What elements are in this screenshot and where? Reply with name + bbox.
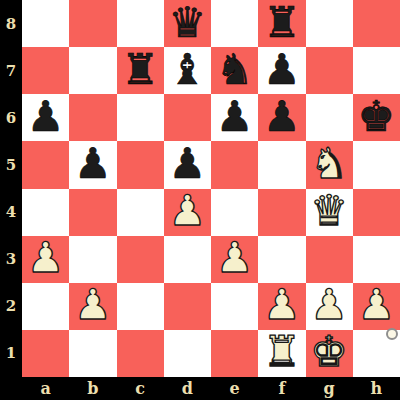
square-g1[interactable]: ♚ bbox=[306, 330, 353, 377]
black-bishop-icon[interactable]: ♝ bbox=[169, 49, 207, 91]
white-knight-icon[interactable]: ♞ bbox=[310, 143, 348, 185]
square-h8[interactable] bbox=[353, 0, 400, 47]
square-b8[interactable] bbox=[69, 0, 116, 47]
square-f8[interactable]: ♜ bbox=[258, 0, 305, 47]
square-c4[interactable] bbox=[117, 189, 164, 236]
square-d2[interactable] bbox=[164, 283, 211, 330]
black-pawn-icon[interactable]: ♟ bbox=[74, 143, 112, 185]
square-f5[interactable] bbox=[258, 141, 305, 188]
square-d1[interactable] bbox=[164, 330, 211, 377]
rank-label-7: 7 bbox=[0, 47, 22, 94]
square-a5[interactable] bbox=[22, 141, 69, 188]
black-pawn-icon[interactable]: ♟ bbox=[263, 49, 301, 91]
black-pawn-icon[interactable]: ♟ bbox=[27, 96, 65, 138]
square-g6[interactable] bbox=[306, 94, 353, 141]
square-c7[interactable]: ♜ bbox=[117, 47, 164, 94]
square-f7[interactable]: ♟ bbox=[258, 47, 305, 94]
square-b3[interactable] bbox=[69, 236, 116, 283]
square-e3[interactable]: ♟ bbox=[211, 236, 258, 283]
file-label-h: h bbox=[353, 377, 400, 400]
black-knight-icon[interactable]: ♞ bbox=[216, 49, 254, 91]
square-f3[interactable] bbox=[258, 236, 305, 283]
square-h7[interactable] bbox=[353, 47, 400, 94]
square-b4[interactable] bbox=[69, 189, 116, 236]
square-a2[interactable] bbox=[22, 283, 69, 330]
white-pawn-icon[interactable]: ♟ bbox=[74, 284, 112, 326]
square-h5[interactable] bbox=[353, 141, 400, 188]
square-e2[interactable] bbox=[211, 283, 258, 330]
rank-label-5: 5 bbox=[0, 141, 22, 188]
square-f2[interactable]: ♟ bbox=[258, 283, 305, 330]
square-a7[interactable] bbox=[22, 47, 69, 94]
white-pawn-icon[interactable]: ♟ bbox=[263, 284, 301, 326]
black-rook-icon[interactable]: ♜ bbox=[121, 49, 159, 91]
square-e7[interactable]: ♞ bbox=[211, 47, 258, 94]
square-h2[interactable]: ♟ bbox=[353, 283, 400, 330]
square-f4[interactable] bbox=[258, 189, 305, 236]
square-d7[interactable]: ♝ bbox=[164, 47, 211, 94]
square-b5[interactable]: ♟ bbox=[69, 141, 116, 188]
white-to-move-indicator-icon bbox=[386, 328, 398, 340]
chess-board-frame: 87654321 ♛♜♜♝♞♟♟♟♟♚♟♟♞♟♛♟♟♟♟♟♟♜♚ abcdefg… bbox=[0, 0, 400, 400]
square-d3[interactable] bbox=[164, 236, 211, 283]
black-queen-icon[interactable]: ♛ bbox=[169, 2, 207, 44]
square-f6[interactable]: ♟ bbox=[258, 94, 305, 141]
rank-label-6: 6 bbox=[0, 94, 22, 141]
square-e5[interactable] bbox=[211, 141, 258, 188]
chess-board[interactable]: ♛♜♜♝♞♟♟♟♟♚♟♟♞♟♛♟♟♟♟♟♟♜♚ bbox=[22, 0, 400, 377]
white-king-icon[interactable]: ♚ bbox=[310, 331, 348, 373]
square-c1[interactable] bbox=[117, 330, 164, 377]
square-c5[interactable] bbox=[117, 141, 164, 188]
square-d5[interactable]: ♟ bbox=[164, 141, 211, 188]
file-label-d: d bbox=[164, 377, 211, 400]
square-g7[interactable] bbox=[306, 47, 353, 94]
square-g8[interactable] bbox=[306, 0, 353, 47]
square-d4[interactable]: ♟ bbox=[164, 189, 211, 236]
square-a3[interactable]: ♟ bbox=[22, 236, 69, 283]
file-label-g: g bbox=[306, 377, 353, 400]
square-g4[interactable]: ♛ bbox=[306, 189, 353, 236]
rank-label-3: 3 bbox=[0, 236, 22, 283]
rank-labels: 87654321 bbox=[0, 0, 22, 377]
white-rook-icon[interactable]: ♜ bbox=[263, 331, 301, 373]
square-b1[interactable] bbox=[69, 330, 116, 377]
black-pawn-icon[interactable]: ♟ bbox=[216, 96, 254, 138]
white-queen-icon[interactable]: ♛ bbox=[310, 190, 348, 232]
black-pawn-icon[interactable]: ♟ bbox=[263, 96, 301, 138]
square-b7[interactable] bbox=[69, 47, 116, 94]
square-c2[interactable] bbox=[117, 283, 164, 330]
file-label-a: a bbox=[22, 377, 69, 400]
square-e4[interactable] bbox=[211, 189, 258, 236]
rank-label-4: 4 bbox=[0, 189, 22, 236]
black-pawn-icon[interactable]: ♟ bbox=[169, 143, 207, 185]
square-d6[interactable] bbox=[164, 94, 211, 141]
square-g2[interactable]: ♟ bbox=[306, 283, 353, 330]
rank-label-1: 1 bbox=[0, 330, 22, 377]
black-rook-icon[interactable]: ♜ bbox=[263, 2, 301, 44]
square-a1[interactable] bbox=[22, 330, 69, 377]
square-a6[interactable]: ♟ bbox=[22, 94, 69, 141]
white-pawn-icon[interactable]: ♟ bbox=[310, 284, 348, 326]
square-g5[interactable]: ♞ bbox=[306, 141, 353, 188]
file-label-f: f bbox=[258, 377, 305, 400]
square-e1[interactable] bbox=[211, 330, 258, 377]
rank-label-8: 8 bbox=[0, 0, 22, 47]
white-pawn-icon[interactable]: ♟ bbox=[358, 284, 396, 326]
rank-label-2: 2 bbox=[0, 283, 22, 330]
white-pawn-icon[interactable]: ♟ bbox=[27, 237, 65, 279]
white-pawn-icon[interactable]: ♟ bbox=[216, 237, 254, 279]
square-a4[interactable] bbox=[22, 189, 69, 236]
black-king-icon[interactable]: ♚ bbox=[358, 96, 396, 138]
square-f1[interactable]: ♜ bbox=[258, 330, 305, 377]
square-g3[interactable] bbox=[306, 236, 353, 283]
square-c6[interactable] bbox=[117, 94, 164, 141]
square-h3[interactable] bbox=[353, 236, 400, 283]
square-c3[interactable] bbox=[117, 236, 164, 283]
square-h6[interactable]: ♚ bbox=[353, 94, 400, 141]
file-label-b: b bbox=[69, 377, 116, 400]
square-c8[interactable] bbox=[117, 0, 164, 47]
file-labels: abcdefgh bbox=[22, 377, 400, 400]
square-b2[interactable]: ♟ bbox=[69, 283, 116, 330]
square-h4[interactable] bbox=[353, 189, 400, 236]
white-pawn-icon[interactable]: ♟ bbox=[169, 190, 207, 232]
file-label-e: e bbox=[211, 377, 258, 400]
square-a8[interactable] bbox=[22, 0, 69, 47]
square-d8[interactable]: ♛ bbox=[164, 0, 211, 47]
square-e8[interactable] bbox=[211, 0, 258, 47]
square-b6[interactable] bbox=[69, 94, 116, 141]
file-label-c: c bbox=[117, 377, 164, 400]
square-e6[interactable]: ♟ bbox=[211, 94, 258, 141]
